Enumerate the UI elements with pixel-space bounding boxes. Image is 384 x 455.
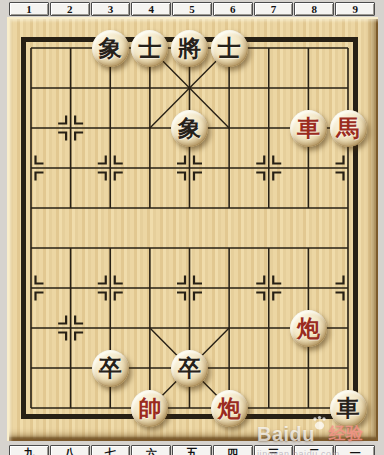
file-button-top-2[interactable]: 2 (50, 2, 90, 16)
baidu-watermark: Baidu 经验 jingyan.baidu.com (257, 415, 384, 455)
xiangqi-app-window: 123456789 象士將士象車馬炮卒卒帥炮車 Baidu 经验 (0, 0, 384, 455)
red-cannon-2[interactable]: 炮 (211, 390, 248, 427)
red-chariot[interactable]: 車 (290, 110, 327, 147)
black-general-glyph: 將 (178, 37, 201, 60)
black-advisor-2[interactable]: 士 (211, 30, 248, 67)
red-cannon-1[interactable]: 炮 (290, 310, 327, 347)
watermark-url: jingyan.baidu.com (257, 449, 384, 455)
file-button-top-4[interactable]: 4 (131, 2, 171, 16)
red-general-glyph: 帥 (138, 397, 161, 420)
file-button-top-8[interactable]: 8 (294, 2, 334, 16)
black-soldier-2-glyph: 卒 (178, 357, 201, 380)
black-advisor-2-glyph: 士 (218, 37, 241, 60)
black-general[interactable]: 將 (171, 30, 208, 67)
file-button-bottom-1[interactable]: 九 (9, 445, 49, 455)
file-button-top-9[interactable]: 9 (335, 2, 375, 16)
file-button-top-6[interactable]: 6 (213, 2, 253, 16)
file-button-bottom-4[interactable]: 六 (131, 445, 171, 455)
black-soldier-2[interactable]: 卒 (171, 350, 208, 387)
black-soldier-1[interactable]: 卒 (92, 350, 129, 387)
black-soldier-1-glyph: 卒 (99, 357, 122, 380)
file-button-top-5[interactable]: 5 (172, 2, 212, 16)
file-button-bottom-5[interactable]: 五 (172, 445, 212, 455)
red-horse-glyph: 馬 (337, 117, 360, 140)
file-numbers-top-bar: 123456789 (0, 0, 384, 17)
black-elephant-1-glyph: 象 (99, 37, 122, 60)
black-elephant-1[interactable]: 象 (92, 30, 129, 67)
watermark-brand-text: Baidu (257, 423, 315, 446)
file-button-bottom-2[interactable]: 八 (50, 445, 90, 455)
black-advisor-1-glyph: 士 (138, 37, 161, 60)
red-cannon-2-glyph: 炮 (218, 397, 241, 420)
file-button-top-3[interactable]: 3 (91, 2, 131, 16)
file-button-top-1[interactable]: 1 (9, 2, 49, 16)
xiangqi-board[interactable]: 象士將士象車馬炮卒卒帥炮車 Baidu 经验 jingyan.ba (7, 17, 378, 441)
pieces-layer: 象士將士象車馬炮卒卒帥炮車 (7, 17, 378, 441)
black-advisor-1[interactable]: 士 (131, 30, 168, 67)
red-horse[interactable]: 馬 (330, 110, 367, 147)
file-button-top-7[interactable]: 7 (254, 2, 294, 16)
file-button-bottom-6[interactable]: 四 (213, 445, 253, 455)
watermark-brand-cjk: 经验 (329, 422, 363, 445)
baidu-paw-icon (311, 415, 328, 436)
black-elephant-2-glyph: 象 (178, 117, 201, 140)
file-button-bottom-3[interactable]: 七 (91, 445, 131, 455)
red-general[interactable]: 帥 (131, 390, 168, 427)
red-chariot-glyph: 車 (297, 117, 320, 140)
black-elephant-2[interactable]: 象 (171, 110, 208, 147)
red-cannon-1-glyph: 炮 (297, 317, 320, 340)
